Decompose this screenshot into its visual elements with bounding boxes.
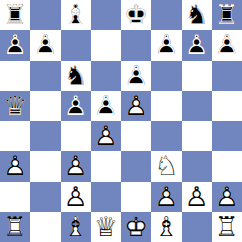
square-f8[interactable]	[151, 0, 181, 30]
square-f3[interactable]: ♞♘	[151, 151, 181, 181]
white-pawn-glyph: ♟	[154, 183, 178, 210]
square-c4[interactable]	[61, 121, 91, 151]
white-pawn-outline: ♙	[64, 152, 88, 179]
square-b1[interactable]	[30, 212, 60, 242]
white-queen-glyph: ♛	[94, 213, 118, 240]
square-h4[interactable]	[212, 121, 242, 151]
white-rook-glyph: ♜	[3, 213, 27, 240]
piece-white-pawn: ♟♙	[91, 121, 121, 151]
piece-black-knight: ♞♘	[182, 0, 212, 30]
square-b8[interactable]	[30, 0, 60, 30]
piece-black-rook: ♜♖	[212, 0, 242, 30]
white-pawn-glyph: ♟	[124, 92, 148, 119]
white-knight-glyph: ♞	[154, 152, 178, 179]
square-g4[interactable]	[182, 121, 212, 151]
square-e7[interactable]	[121, 30, 151, 60]
square-f7[interactable]: ♟♙	[151, 30, 181, 60]
piece-black-pawn: ♟♙	[212, 30, 242, 60]
black-pawn-glyph: ♟	[33, 31, 57, 58]
square-f6[interactable]	[151, 61, 181, 91]
square-a2[interactable]	[0, 182, 30, 212]
black-queen-outline: ♕	[3, 92, 27, 119]
black-pawn-glyph: ♟	[124, 62, 148, 89]
square-h3[interactable]	[212, 151, 242, 181]
square-h6[interactable]	[212, 61, 242, 91]
black-pawn-outline: ♙	[94, 92, 118, 119]
square-h5[interactable]	[212, 91, 242, 121]
piece-black-bishop: ♝♗	[61, 0, 91, 30]
piece-white-king: ♚♔	[121, 212, 151, 242]
white-rook-outline: ♖	[3, 213, 27, 240]
white-rook-outline: ♖	[215, 213, 239, 240]
white-bishop-glyph: ♝	[154, 213, 178, 240]
black-rook-glyph: ♜	[215, 1, 239, 28]
square-g3[interactable]	[182, 151, 212, 181]
square-f2[interactable]: ♟♙	[151, 182, 181, 212]
square-c8[interactable]: ♝♗	[61, 0, 91, 30]
white-pawn-outline: ♙	[154, 183, 178, 210]
black-bishop-outline: ♗	[64, 1, 88, 28]
square-c7[interactable]	[61, 30, 91, 60]
piece-white-pawn: ♟♙	[0, 151, 30, 181]
square-e4[interactable]	[121, 121, 151, 151]
white-pawn-glyph: ♟	[3, 152, 27, 179]
white-king-glyph: ♚	[124, 213, 148, 240]
piece-white-knight: ♞♘	[151, 151, 181, 181]
square-d8[interactable]	[91, 0, 121, 30]
white-pawn-outline: ♙	[3, 152, 27, 179]
square-g8[interactable]: ♞♘	[182, 0, 212, 30]
square-h2[interactable]: ♟♙	[212, 182, 242, 212]
white-pawn-glyph: ♟	[94, 122, 118, 149]
square-b5[interactable]	[30, 91, 60, 121]
square-e3[interactable]	[121, 151, 151, 181]
black-king-outline: ♔	[124, 1, 148, 28]
black-rook-glyph: ♜	[3, 1, 27, 28]
square-f1[interactable]: ♝♗	[151, 212, 181, 242]
black-pawn-glyph: ♟	[215, 31, 239, 58]
black-pawn-outline: ♙	[64, 92, 88, 119]
black-pawn-glyph: ♟	[94, 92, 118, 119]
square-h8[interactable]: ♜♖	[212, 0, 242, 30]
piece-black-king: ♚♔	[121, 0, 151, 30]
piece-black-knight: ♞♘	[61, 61, 91, 91]
piece-black-pawn: ♟♙	[121, 61, 151, 91]
square-d5[interactable]: ♟♙	[91, 91, 121, 121]
square-c6[interactable]: ♞♘	[61, 61, 91, 91]
piece-white-pawn: ♟♙	[121, 91, 151, 121]
square-h7[interactable]: ♟♙	[212, 30, 242, 60]
piece-white-bishop: ♝♗	[61, 212, 91, 242]
piece-white-bishop: ♝♗	[151, 212, 181, 242]
square-g7[interactable]: ♟♙	[182, 30, 212, 60]
piece-white-pawn: ♟♙	[151, 182, 181, 212]
black-pawn-outline: ♙	[215, 31, 239, 58]
white-pawn-glyph: ♟	[64, 152, 88, 179]
white-bishop-outline: ♗	[154, 213, 178, 240]
square-c3[interactable]: ♟♙	[61, 151, 91, 181]
white-pawn-glyph: ♟	[64, 183, 88, 210]
piece-white-rook: ♜♖	[0, 212, 30, 242]
black-knight-glyph: ♞	[185, 1, 209, 28]
square-d7[interactable]	[91, 30, 121, 60]
black-knight-outline: ♘	[64, 62, 88, 89]
black-pawn-glyph: ♟	[154, 31, 178, 58]
square-d3[interactable]	[91, 151, 121, 181]
square-a4[interactable]	[0, 121, 30, 151]
piece-black-pawn: ♟♙	[30, 30, 60, 60]
piece-black-pawn: ♟♙	[61, 91, 91, 121]
square-a5[interactable]: ♛♕	[0, 91, 30, 121]
square-g6[interactable]	[182, 61, 212, 91]
piece-black-pawn: ♟♙	[151, 30, 181, 60]
square-a1[interactable]: ♜♖	[0, 212, 30, 242]
piece-white-pawn: ♟♙	[182, 182, 212, 212]
black-pawn-glyph: ♟	[3, 31, 27, 58]
white-pawn-glyph: ♟	[215, 183, 239, 210]
square-e1[interactable]: ♚♔	[121, 212, 151, 242]
square-a8[interactable]: ♜♖	[0, 0, 30, 30]
square-c5[interactable]: ♟♙	[61, 91, 91, 121]
piece-white-queen: ♛♕	[91, 212, 121, 242]
square-d1[interactable]: ♛♕	[91, 212, 121, 242]
black-pawn-outline: ♙	[185, 31, 209, 58]
square-e8[interactable]: ♚♔	[121, 0, 151, 30]
square-e5[interactable]: ♟♙	[121, 91, 151, 121]
white-pawn-glyph: ♟	[185, 183, 209, 210]
black-pawn-glyph: ♟	[64, 92, 88, 119]
piece-black-queen: ♛♕	[0, 91, 30, 121]
square-h1[interactable]: ♜♖	[212, 212, 242, 242]
square-b2[interactable]	[30, 182, 60, 212]
square-d2[interactable]	[91, 182, 121, 212]
piece-white-pawn: ♟♙	[61, 182, 91, 212]
black-pawn-outline: ♙	[154, 31, 178, 58]
square-b7[interactable]: ♟♙	[30, 30, 60, 60]
piece-white-rook: ♜♖	[212, 212, 242, 242]
square-b6[interactable]	[30, 61, 60, 91]
square-g1[interactable]	[182, 212, 212, 242]
square-e2[interactable]	[121, 182, 151, 212]
piece-white-pawn: ♟♙	[212, 182, 242, 212]
square-f5[interactable]	[151, 91, 181, 121]
piece-black-rook: ♜♖	[0, 0, 30, 30]
square-a3[interactable]: ♟♙	[0, 151, 30, 181]
white-pawn-outline: ♙	[215, 183, 239, 210]
white-king-outline: ♔	[124, 213, 148, 240]
square-c1[interactable]: ♝♗	[61, 212, 91, 242]
square-g2[interactable]: ♟♙	[182, 182, 212, 212]
square-g5[interactable]	[182, 91, 212, 121]
square-e6[interactable]: ♟♙	[121, 61, 151, 91]
square-d4[interactable]: ♟♙	[91, 121, 121, 151]
black-king-glyph: ♚	[124, 1, 148, 28]
piece-black-pawn: ♟♙	[182, 30, 212, 60]
chess-board: ♜♖♝♗♚♔♞♘♜♖♟♙♟♙♟♙♟♙♟♙♞♘♟♙♛♕♟♙♟♙♟♙♟♙♟♙♟♙♞♘…	[0, 0, 242, 242]
piece-black-pawn: ♟♙	[91, 91, 121, 121]
black-pawn-glyph: ♟	[185, 31, 209, 58]
square-b3[interactable]	[30, 151, 60, 181]
black-knight-glyph: ♞	[64, 62, 88, 89]
black-knight-outline: ♘	[185, 1, 209, 28]
piece-white-pawn: ♟♙	[61, 151, 91, 181]
black-pawn-outline: ♙	[33, 31, 57, 58]
square-a6[interactable]	[0, 61, 30, 91]
white-pawn-outline: ♙	[64, 183, 88, 210]
black-pawn-outline: ♙	[124, 62, 148, 89]
white-knight-outline: ♘	[154, 152, 178, 179]
square-b4[interactable]	[30, 121, 60, 151]
white-bishop-outline: ♗	[64, 213, 88, 240]
white-rook-glyph: ♜	[215, 213, 239, 240]
white-queen-outline: ♕	[94, 213, 118, 240]
white-pawn-outline: ♙	[94, 122, 118, 149]
black-rook-outline: ♖	[215, 1, 239, 28]
white-bishop-glyph: ♝	[64, 213, 88, 240]
square-c2[interactable]: ♟♙	[61, 182, 91, 212]
white-pawn-outline: ♙	[185, 183, 209, 210]
piece-black-pawn: ♟♙	[0, 30, 30, 60]
black-rook-outline: ♖	[3, 1, 27, 28]
chess-board-wrapper: ♜♖♝♗♚♔♞♘♜♖♟♙♟♙♟♙♟♙♟♙♞♘♟♙♛♕♟♙♟♙♟♙♟♙♟♙♟♙♞♘…	[0, 0, 242, 242]
black-pawn-outline: ♙	[3, 31, 27, 58]
black-bishop-glyph: ♝	[64, 1, 88, 28]
square-a7[interactable]: ♟♙	[0, 30, 30, 60]
square-f4[interactable]	[151, 121, 181, 151]
square-d6[interactable]	[91, 61, 121, 91]
white-pawn-outline: ♙	[124, 92, 148, 119]
black-queen-glyph: ♛	[3, 92, 27, 119]
